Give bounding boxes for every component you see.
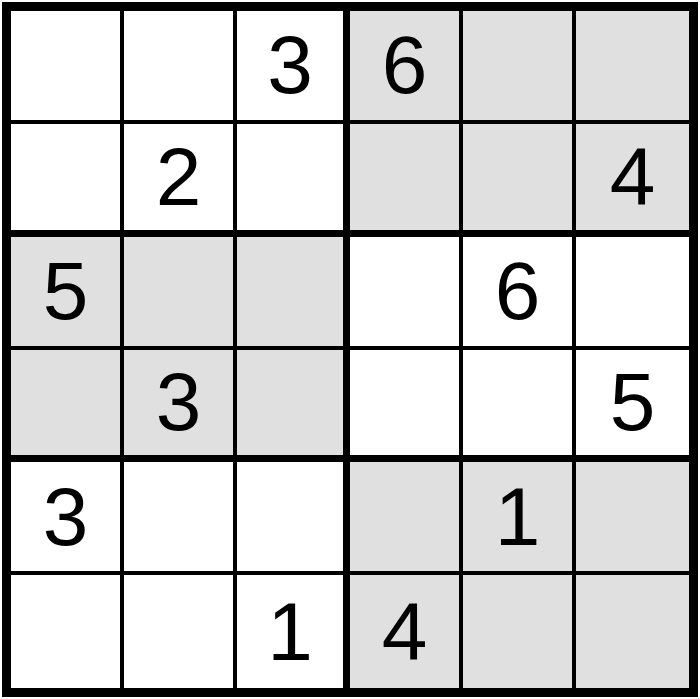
cell-r1c1[interactable] bbox=[11, 11, 124, 124]
cell-r2c4[interactable] bbox=[350, 124, 463, 237]
cell-r4c1[interactable] bbox=[11, 350, 124, 463]
cell-r3c4[interactable] bbox=[350, 237, 463, 350]
sudoku-board: 362456353114 bbox=[2, 2, 698, 697]
cell-r1c6[interactable] bbox=[576, 11, 689, 124]
cell-r1c3: 3 bbox=[237, 11, 350, 124]
cell-r6c2[interactable] bbox=[124, 575, 237, 688]
cell-r2c6: 4 bbox=[576, 124, 689, 237]
cell-r6c5[interactable] bbox=[463, 575, 576, 688]
cell-r3c2[interactable] bbox=[124, 237, 237, 350]
cell-r5c2[interactable] bbox=[124, 462, 237, 575]
cell-r2c3[interactable] bbox=[237, 124, 350, 237]
cell-r6c6[interactable] bbox=[576, 575, 689, 688]
cell-r6c1[interactable] bbox=[11, 575, 124, 688]
cell-r5c6[interactable] bbox=[576, 462, 689, 575]
cell-r4c2: 3 bbox=[124, 350, 237, 463]
cell-r4c5[interactable] bbox=[463, 350, 576, 463]
cell-r3c3[interactable] bbox=[237, 237, 350, 350]
cell-r3c5: 6 bbox=[463, 237, 576, 350]
cell-r4c3[interactable] bbox=[237, 350, 350, 463]
cell-r6c4: 4 bbox=[350, 575, 463, 688]
cell-r5c4[interactable] bbox=[350, 462, 463, 575]
cell-r1c5[interactable] bbox=[463, 11, 576, 124]
cell-r2c5[interactable] bbox=[463, 124, 576, 237]
cell-r3c6[interactable] bbox=[576, 237, 689, 350]
cell-r6c3: 1 bbox=[237, 575, 350, 688]
cell-r1c2[interactable] bbox=[124, 11, 237, 124]
cell-r2c1[interactable] bbox=[11, 124, 124, 237]
cell-r4c4[interactable] bbox=[350, 350, 463, 463]
cell-r1c4: 6 bbox=[350, 11, 463, 124]
cell-r5c3[interactable] bbox=[237, 462, 350, 575]
cell-r5c5: 1 bbox=[463, 462, 576, 575]
cell-r3c1: 5 bbox=[11, 237, 124, 350]
cell-r2c2: 2 bbox=[124, 124, 237, 237]
cell-r5c1: 3 bbox=[11, 462, 124, 575]
cell-r4c6: 5 bbox=[576, 350, 689, 463]
